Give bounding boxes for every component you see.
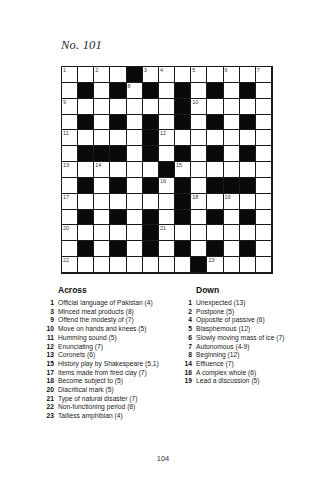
grid-cell[interactable] <box>256 99 272 115</box>
clue-number: 13 <box>40 351 54 360</box>
grid-cell[interactable] <box>256 146 272 162</box>
grid-cell[interactable]: 22 <box>62 257 78 273</box>
grid-cell[interactable] <box>143 194 159 210</box>
black-cell <box>240 115 256 131</box>
across-clue-item: 22Non-functioning period (8) <box>40 403 190 412</box>
grid-cell[interactable] <box>224 225 240 241</box>
grid-cell[interactable] <box>256 241 272 257</box>
grid-cell[interactable]: 19 <box>224 194 240 210</box>
black-cell <box>175 115 191 131</box>
black-cell <box>143 146 159 162</box>
down-clue-item: 8Beginning (12) <box>178 351 318 360</box>
grid-cell[interactable] <box>159 83 175 99</box>
clue-number: 11 <box>40 334 54 343</box>
book-page: No. 101 12345678910111213141516171819202… <box>0 0 326 500</box>
clue-number: 1 <box>40 299 54 308</box>
black-cell <box>207 146 223 162</box>
across-clue-item: 20Diacritical mark (5) <box>40 386 190 395</box>
down-clue-list: 1Unexpected (13)2Postpone (5)4Opposite o… <box>178 299 318 386</box>
grid-cell[interactable] <box>78 99 94 115</box>
grid-cell[interactable] <box>143 162 159 178</box>
black-cell <box>207 115 223 131</box>
page-number: 104 <box>0 454 326 463</box>
black-cell <box>110 83 126 99</box>
clue-number: 8 <box>178 351 192 360</box>
clue-number: 17 <box>40 369 54 378</box>
grid-cell[interactable]: 21 <box>159 225 175 241</box>
black-cell <box>110 146 126 162</box>
grid-cell[interactable] <box>191 241 207 257</box>
grid-cell[interactable] <box>191 130 207 146</box>
black-cell <box>175 241 191 257</box>
grid-cell[interactable] <box>207 225 223 241</box>
grid-cell[interactable] <box>240 257 256 273</box>
cell-number: 14 <box>95 162 101 168</box>
grid-cell[interactable] <box>94 225 110 241</box>
clue-text: Offend the modesty of (7) <box>58 316 190 325</box>
black-cell <box>175 194 191 210</box>
clue-number: 9 <box>40 316 54 325</box>
grid-cell[interactable] <box>191 178 207 194</box>
grid-cell[interactable] <box>191 210 207 226</box>
cell-number: 9 <box>63 99 66 105</box>
cell-number: 23 <box>208 257 214 263</box>
across-clue-item: 10Move on hands and knees (5) <box>40 325 190 334</box>
grid-cell[interactable] <box>127 257 143 273</box>
grid-cell[interactable] <box>191 162 207 178</box>
black-cell <box>78 115 94 131</box>
grid-cell[interactable] <box>240 194 256 210</box>
cell-number: 13 <box>63 162 69 168</box>
black-cell <box>240 146 256 162</box>
black-cell <box>207 83 223 99</box>
grid-cell[interactable] <box>78 257 94 273</box>
clue-number: 6 <box>178 334 192 343</box>
black-cell <box>110 241 126 257</box>
grid-cell[interactable] <box>224 130 240 146</box>
clue-text: Official language of Pakistan (4) <box>58 299 190 308</box>
clue-text: Become subject to (5) <box>58 377 190 386</box>
black-cell <box>207 178 223 194</box>
cell-number: 5 <box>192 67 195 73</box>
across-clue-item: 12Enunciating (7) <box>40 343 190 352</box>
grid-cell[interactable] <box>62 83 78 99</box>
grid-cell[interactable] <box>240 162 256 178</box>
across-clues-column: Across 1Official language of Pakistan (4… <box>40 285 190 421</box>
grid-cell[interactable] <box>159 241 175 257</box>
grid-cell[interactable] <box>256 115 272 131</box>
black-cell <box>159 162 175 178</box>
black-cell <box>240 83 256 99</box>
grid-cell[interactable] <box>78 162 94 178</box>
grid-cell[interactable] <box>110 162 126 178</box>
clue-text: Effluence (7) <box>196 360 318 369</box>
grid-cell[interactable]: 1 <box>62 67 78 83</box>
down-clue-item: 19Lead a discussion (5) <box>178 377 318 386</box>
grid-cell[interactable] <box>159 115 175 131</box>
grid-cell[interactable] <box>256 178 272 194</box>
grid-cell[interactable] <box>110 99 126 115</box>
cell-number: 20 <box>63 225 69 231</box>
clue-number: 1 <box>178 299 192 308</box>
grid-cell[interactable]: 23 <box>207 257 223 273</box>
cell-number: 8 <box>128 83 131 89</box>
clue-text: Coronets (6) <box>58 351 190 360</box>
grid-cell[interactable] <box>191 115 207 131</box>
grid-cell[interactable] <box>143 257 159 273</box>
clue-text: Tailless amphibian (4) <box>58 412 190 421</box>
grid-cell[interactable] <box>110 130 126 146</box>
grid-cell[interactable] <box>240 225 256 241</box>
black-cell <box>143 115 159 131</box>
black-cell <box>143 241 159 257</box>
black-cell <box>143 83 159 99</box>
down-clue-item: 16A complex whole (6) <box>178 369 318 378</box>
cell-number: 4 <box>160 67 163 73</box>
grid-cell[interactable] <box>127 178 143 194</box>
grid-cell[interactable] <box>224 162 240 178</box>
cell-number: 12 <box>160 130 166 136</box>
grid-cell[interactable] <box>175 225 191 241</box>
clue-text: Humming sound (5) <box>58 334 190 343</box>
black-cell <box>78 241 94 257</box>
across-clue-item: 3Minced meat products (8) <box>40 308 190 317</box>
clue-number: 2 <box>178 308 192 317</box>
across-clue-item: 1Official language of Pakistan (4) <box>40 299 190 308</box>
grid-cell[interactable]: 14 <box>94 162 110 178</box>
grid-cell[interactable] <box>256 257 272 273</box>
clue-text: History play by Shakespeare (5,1) <box>58 360 190 369</box>
grid-cell[interactable] <box>256 83 272 99</box>
across-clue-item: 21Type of natural disaster (7) <box>40 395 190 404</box>
cell-number: 16 <box>160 178 166 184</box>
down-header: Down <box>196 285 318 295</box>
grid-cell[interactable]: 13 <box>62 162 78 178</box>
clue-number: 16 <box>178 369 192 378</box>
grid-cell[interactable]: 5 <box>191 67 207 83</box>
down-clues-column: Down 1Unexpected (13)2Postpone (5)4Oppos… <box>178 285 318 386</box>
clue-text: Non-functioning period (8) <box>58 403 190 412</box>
grid-cell[interactable] <box>159 257 175 273</box>
grid-cell[interactable]: 18 <box>191 194 207 210</box>
cell-number: 17 <box>63 194 69 200</box>
black-cell <box>143 178 159 194</box>
grid-cell[interactable] <box>62 210 78 226</box>
grid-cell[interactable] <box>127 99 143 115</box>
grid-cell[interactable]: 8 <box>127 83 143 99</box>
clue-number: 15 <box>40 360 54 369</box>
grid-cell[interactable] <box>159 194 175 210</box>
clue-number: 18 <box>40 377 54 386</box>
black-cell <box>207 241 223 257</box>
cell-number: 10 <box>192 99 198 105</box>
clue-text: Autonomous (4-9) <box>196 343 318 352</box>
grid-cell[interactable] <box>224 146 240 162</box>
across-clue-item: 11Humming sound (5) <box>40 334 190 343</box>
black-cell <box>207 210 223 226</box>
grid-cell[interactable] <box>207 130 223 146</box>
grid-cell[interactable] <box>191 83 207 99</box>
across-header: Across <box>58 285 190 295</box>
cell-number: 22 <box>63 257 69 263</box>
clue-number: 23 <box>40 412 54 421</box>
black-cell <box>224 178 240 194</box>
grid-cell[interactable] <box>94 83 110 99</box>
grid-cell[interactable]: 10 <box>191 99 207 115</box>
grid-cell[interactable]: 11 <box>62 130 78 146</box>
grid-cell[interactable] <box>191 225 207 241</box>
grid-cell[interactable]: 15 <box>175 162 191 178</box>
clue-number: 7 <box>178 343 192 352</box>
grid-cell[interactable] <box>62 146 78 162</box>
clue-number: 20 <box>40 386 54 395</box>
across-clue-item: 17Items made from fired clay (7) <box>40 369 190 378</box>
black-cell <box>143 225 159 241</box>
black-cell <box>78 83 94 99</box>
grid-cell[interactable] <box>256 130 272 146</box>
grid-cell[interactable] <box>159 210 175 226</box>
crossword-grid: 1234567891011121314151617181920212223 <box>61 66 273 274</box>
across-clue-item: 23Tailless amphibian (4) <box>40 412 190 421</box>
grid-cell[interactable] <box>127 162 143 178</box>
clue-number: 12 <box>40 343 54 352</box>
clue-number: 5 <box>178 325 192 334</box>
black-cell <box>175 99 191 115</box>
grid-cell[interactable]: 9 <box>62 99 78 115</box>
clue-text: Blasphemous (12) <box>196 325 318 334</box>
clue-number: 10 <box>40 325 54 334</box>
cell-number: 15 <box>176 162 182 168</box>
black-cell <box>110 115 126 131</box>
grid-cell[interactable] <box>207 99 223 115</box>
grid-cell[interactable] <box>94 241 110 257</box>
clue-number: 22 <box>40 403 54 412</box>
black-cell <box>78 146 94 162</box>
grid-cell[interactable] <box>127 130 143 146</box>
black-cell <box>110 178 126 194</box>
black-cell <box>127 67 143 83</box>
cell-number: 21 <box>160 225 166 231</box>
grid-cell[interactable] <box>159 146 175 162</box>
grid-cell[interactable] <box>191 146 207 162</box>
grid-cell[interactable]: 20 <box>62 225 78 241</box>
clue-text: Type of natural disaster (7) <box>58 395 190 404</box>
clue-text: Slowly moving mass of ice (7) <box>196 334 318 343</box>
grid-cell[interactable] <box>110 257 126 273</box>
grid-cell[interactable] <box>240 99 256 115</box>
grid-cell[interactable] <box>256 162 272 178</box>
clue-number: 4 <box>178 316 192 325</box>
clue-text: Beginning (12) <box>196 351 318 360</box>
cell-number: 18 <box>192 194 198 200</box>
grid-cell[interactable] <box>256 225 272 241</box>
grid-cell[interactable] <box>78 225 94 241</box>
across-clue-item: 9Offend the modesty of (7) <box>40 316 190 325</box>
grid-cell[interactable] <box>94 115 110 131</box>
grid-cell[interactable] <box>78 67 94 83</box>
cell-number: 3 <box>144 67 147 73</box>
black-cell <box>191 257 207 273</box>
grid-cell[interactable] <box>175 130 191 146</box>
grid-cell[interactable] <box>110 194 126 210</box>
cell-number: 7 <box>257 67 260 73</box>
down-clue-item: 14Effluence (7) <box>178 360 318 369</box>
grid-cell[interactable] <box>127 194 143 210</box>
clue-number: 19 <box>178 377 192 386</box>
clue-text: Items made from fired clay (7) <box>58 369 190 378</box>
grid-cell[interactable] <box>175 67 191 83</box>
grid-cell[interactable]: 2 <box>94 67 110 83</box>
clue-text: Lead a discussion (5) <box>196 377 318 386</box>
puzzle-title: No. 101 <box>61 38 102 53</box>
grid-cell[interactable] <box>207 194 223 210</box>
grid-cell[interactable] <box>62 115 78 131</box>
grid-cell[interactable]: 3 <box>143 67 159 83</box>
grid-cell[interactable] <box>94 130 110 146</box>
grid-cell[interactable]: 16 <box>159 178 175 194</box>
grid-cell[interactable] <box>110 67 126 83</box>
grid-cell[interactable] <box>110 225 126 241</box>
grid-cell[interactable] <box>94 178 110 194</box>
down-clue-item: 2Postpone (5) <box>178 308 318 317</box>
black-cell <box>175 83 191 99</box>
grid-cell[interactable] <box>94 99 110 115</box>
grid-cell[interactable]: 7 <box>256 67 272 83</box>
down-clue-item: 1Unexpected (13) <box>178 299 318 308</box>
cell-number: 6 <box>225 67 228 73</box>
grid-cell[interactable] <box>224 210 240 226</box>
grid-cell[interactable] <box>256 210 272 226</box>
grid-cell[interactable]: 4 <box>159 67 175 83</box>
grid-cell[interactable] <box>62 241 78 257</box>
grid-cell[interactable] <box>224 83 240 99</box>
down-clue-item: 6Slowly moving mass of ice (7) <box>178 334 318 343</box>
black-cell <box>175 146 191 162</box>
grid-cell[interactable] <box>127 225 143 241</box>
cell-number: 11 <box>63 130 69 136</box>
cell-number: 19 <box>225 194 231 200</box>
clue-text: Unexpected (13) <box>196 299 318 308</box>
black-cell <box>94 146 110 162</box>
across-clue-item: 18Become subject to (5) <box>40 377 190 386</box>
grid-cell[interactable] <box>127 115 143 131</box>
black-cell <box>175 178 191 194</box>
grid-cell[interactable] <box>78 194 94 210</box>
grid-cell[interactable] <box>159 99 175 115</box>
black-cell <box>143 130 159 146</box>
down-clue-item: 4Opposite of passive (6) <box>178 316 318 325</box>
cell-number: 1 <box>63 67 66 73</box>
grid-cell[interactable] <box>127 241 143 257</box>
down-clue-item: 5Blasphemous (12) <box>178 325 318 334</box>
black-cell <box>143 210 159 226</box>
grid-cell[interactable] <box>127 146 143 162</box>
grid-cell[interactable] <box>127 210 143 226</box>
black-cell <box>240 178 256 194</box>
clue-text: Minced meat products (8) <box>58 308 190 317</box>
grid-cell[interactable] <box>224 241 240 257</box>
grid-cell[interactable] <box>207 67 223 83</box>
across-clue-item: 13Coronets (6) <box>40 351 190 360</box>
grid-cell[interactable] <box>224 115 240 131</box>
clue-text: Opposite of passive (6) <box>196 316 318 325</box>
black-cell <box>110 210 126 226</box>
clue-number: 21 <box>40 395 54 404</box>
clue-number: 14 <box>178 360 192 369</box>
grid-cell[interactable] <box>175 257 191 273</box>
clue-text: Enunciating (7) <box>58 343 190 352</box>
black-cell <box>240 241 256 257</box>
cell-number: 2 <box>95 67 98 73</box>
black-cell <box>175 210 191 226</box>
grid-cell[interactable]: 6 <box>224 67 240 83</box>
black-cell <box>78 210 94 226</box>
black-cell <box>78 178 94 194</box>
grid-cell[interactable] <box>62 178 78 194</box>
grid-cell[interactable] <box>224 99 240 115</box>
black-cell <box>240 210 256 226</box>
grid-cell[interactable] <box>94 194 110 210</box>
grid-cell[interactable] <box>256 194 272 210</box>
down-clue-item: 7Autonomous (4-9) <box>178 343 318 352</box>
across-clue-item: 15History play by Shakespeare (5,1) <box>40 360 190 369</box>
grid-cell[interactable]: 12 <box>159 130 175 146</box>
grid-cell[interactable] <box>207 162 223 178</box>
clue-text: Postpone (5) <box>196 308 318 317</box>
clue-text: A complex whole (6) <box>196 369 318 378</box>
grid-cell[interactable] <box>224 257 240 273</box>
grid-cell[interactable]: 17 <box>62 194 78 210</box>
grid-cell[interactable] <box>78 130 94 146</box>
across-clue-list: 1Official language of Pakistan (4)3Mince… <box>40 299 190 421</box>
clue-text: Diacritical mark (5) <box>58 386 190 395</box>
grid-cell[interactable] <box>143 99 159 115</box>
grid-cell[interactable] <box>240 67 256 83</box>
grid-cell[interactable] <box>94 257 110 273</box>
clue-number: 3 <box>40 308 54 317</box>
grid-cell[interactable] <box>94 210 110 226</box>
grid-cell[interactable] <box>240 130 256 146</box>
clue-text: Move on hands and knees (5) <box>58 325 190 334</box>
